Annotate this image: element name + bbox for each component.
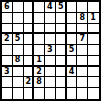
sudoku-cell-r4c7[interactable] (67, 34, 78, 45)
sudoku-cell-r8c5[interactable] (45, 77, 56, 88)
sudoku-cell-r1c1[interactable]: 6 (2, 2, 13, 13)
sudoku-cell-r6c2[interactable]: 8 (13, 56, 24, 67)
sudoku-cell-r9c7[interactable] (67, 88, 78, 99)
sudoku-cell-r3c1[interactable] (2, 24, 13, 35)
sudoku-cell-r6c5[interactable] (45, 56, 56, 67)
sudoku-cell-r6c3[interactable] (24, 56, 35, 67)
sudoku-cell-r6c4[interactable]: 1 (34, 56, 45, 67)
sudoku-cell-r1c9[interactable] (88, 2, 99, 13)
sudoku-cell-r7c7[interactable]: 4 (67, 67, 78, 78)
sudoku-cell-r3c4[interactable] (34, 24, 45, 35)
sudoku-cell-r7c1[interactable]: 3 (2, 67, 13, 78)
sudoku-cell-r8c4[interactable]: 8 (34, 77, 45, 88)
sudoku-cell-r7c4[interactable]: 2 (34, 67, 45, 78)
sudoku-cell-r4c5[interactable] (45, 34, 56, 45)
sudoku-cell-r9c8[interactable] (77, 88, 88, 99)
sudoku-cell-r8c7[interactable] (67, 77, 78, 88)
sudoku-cell-r8c2[interactable] (13, 77, 24, 88)
sudoku-cell-r5c4[interactable] (34, 45, 45, 56)
sudoku-cell-r5c8[interactable] (77, 45, 88, 56)
sudoku-cell-r9c6[interactable] (56, 88, 67, 99)
sudoku-cell-r9c4[interactable] (34, 88, 45, 99)
sudoku-cell-r3c3[interactable] (24, 24, 35, 35)
sudoku-cell-r3c6[interactable] (56, 24, 67, 35)
sudoku-cell-r1c2[interactable] (13, 2, 24, 13)
sudoku-cell-r1c8[interactable] (77, 2, 88, 13)
sudoku-puzzle: 64581257358132428 (0, 0, 101, 101)
sudoku-cell-r3c9[interactable] (88, 24, 99, 35)
sudoku-cell-r2c2[interactable] (13, 13, 24, 24)
sudoku-cell-r4c8[interactable]: 7 (77, 34, 88, 45)
sudoku-cell-r3c7[interactable] (67, 24, 78, 35)
sudoku-cell-r1c3[interactable] (24, 2, 35, 13)
sudoku-cell-r6c9[interactable] (88, 56, 99, 67)
sudoku-cell-r6c7[interactable] (67, 56, 78, 67)
sudoku-cell-r6c8[interactable] (77, 56, 88, 67)
sudoku-cell-r9c1[interactable] (2, 88, 13, 99)
sudoku-cell-r6c1[interactable] (2, 56, 13, 67)
sudoku-cell-r7c5[interactable] (45, 67, 56, 78)
sudoku-cell-r2c4[interactable] (34, 13, 45, 24)
sudoku-cell-r7c9[interactable] (88, 67, 99, 78)
sudoku-cell-r4c6[interactable] (56, 34, 67, 45)
sudoku-cell-r5c5[interactable]: 3 (45, 45, 56, 56)
sudoku-cell-r7c2[interactable] (13, 67, 24, 78)
sudoku-cell-r4c3[interactable] (24, 34, 35, 45)
sudoku-cell-r3c8[interactable] (77, 24, 88, 35)
sudoku-cell-r6c6[interactable] (56, 56, 67, 67)
sudoku-cell-r8c8[interactable] (77, 77, 88, 88)
sudoku-cell-r2c5[interactable] (45, 13, 56, 24)
sudoku-cell-r8c3[interactable]: 2 (24, 77, 35, 88)
sudoku-cell-r5c6[interactable] (56, 45, 67, 56)
sudoku-cell-r9c9[interactable] (88, 88, 99, 99)
sudoku-cell-r1c7[interactable] (67, 2, 78, 13)
sudoku-cell-r3c2[interactable] (13, 24, 24, 35)
sudoku-cell-r2c9[interactable]: 1 (88, 13, 99, 24)
sudoku-cell-r9c2[interactable] (13, 88, 24, 99)
sudoku-cell-r5c2[interactable] (13, 45, 24, 56)
sudoku-cell-r7c8[interactable] (77, 67, 88, 78)
sudoku-cell-r8c9[interactable] (88, 77, 99, 88)
sudoku-cell-r7c6[interactable] (56, 67, 67, 78)
sudoku-cell-r8c1[interactable] (2, 77, 13, 88)
sudoku-cell-r5c7[interactable]: 5 (67, 45, 78, 56)
sudoku-board: 64581257358132428 (0, 0, 101, 101)
sudoku-cell-r9c5[interactable] (45, 88, 56, 99)
sudoku-cell-r7c3[interactable] (24, 67, 35, 78)
sudoku-cell-r1c6[interactable]: 5 (56, 2, 67, 13)
sudoku-cell-r5c1[interactable] (2, 45, 13, 56)
sudoku-cell-r2c7[interactable] (67, 13, 78, 24)
sudoku-cell-r2c8[interactable]: 8 (77, 13, 88, 24)
sudoku-cell-r1c4[interactable] (34, 2, 45, 13)
sudoku-cell-r2c6[interactable] (56, 13, 67, 24)
sudoku-cell-r5c3[interactable] (24, 45, 35, 56)
sudoku-cell-r2c3[interactable] (24, 13, 35, 24)
sudoku-cell-r5c9[interactable] (88, 45, 99, 56)
sudoku-cell-r1c5[interactable]: 4 (45, 2, 56, 13)
sudoku-cell-r2c1[interactable] (2, 13, 13, 24)
sudoku-cell-r4c2[interactable]: 5 (13, 34, 24, 45)
sudoku-cell-r4c9[interactable] (88, 34, 99, 45)
sudoku-cell-r4c4[interactable] (34, 34, 45, 45)
sudoku-cell-r3c5[interactable] (45, 24, 56, 35)
sudoku-cell-r8c6[interactable] (56, 77, 67, 88)
sudoku-cell-r4c1[interactable]: 2 (2, 34, 13, 45)
sudoku-cell-r9c3[interactable] (24, 88, 35, 99)
